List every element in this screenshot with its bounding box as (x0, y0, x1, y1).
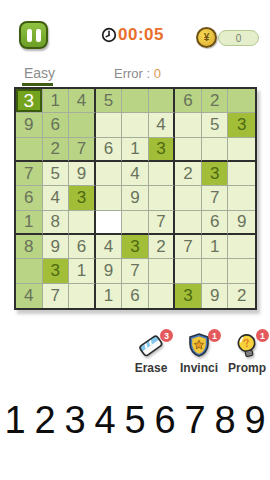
cell-r5c4[interactable] (96, 186, 123, 210)
cell-r2c7[interactable] (175, 113, 202, 137)
error-counter: Error : 0 (114, 66, 161, 81)
sudoku-board: 3145629645327613759423643971876989643271… (14, 87, 257, 310)
cell-r7c4[interactable]: 4 (96, 235, 123, 259)
coin-count: 0 (236, 33, 242, 44)
cell-r4c3[interactable]: 9 (69, 162, 96, 186)
cell-r6c8[interactable]: 6 (202, 211, 229, 235)
cell-r7c1[interactable]: 8 (16, 235, 43, 259)
error-count: 0 (154, 66, 161, 81)
cell-r1c5[interactable] (122, 89, 149, 113)
cell-r8c7[interactable] (175, 259, 202, 283)
difficulty-underline (22, 83, 53, 86)
cell-r5c1[interactable]: 6 (16, 186, 43, 210)
cell-r6c9[interactable]: 9 (228, 211, 255, 235)
cell-r3c5[interactable]: 1 (122, 138, 149, 162)
cell-r7c9[interactable] (228, 235, 255, 259)
cell-r5c5[interactable]: 9 (122, 186, 149, 210)
coin-icon: ¥ (196, 27, 217, 48)
cell-r6c1[interactable]: 1 (16, 211, 43, 235)
cell-r2c8[interactable]: 5 (202, 113, 229, 137)
cell-r2c9[interactable]: 3 (228, 113, 255, 137)
cell-r4c1[interactable]: 7 (16, 162, 43, 186)
cell-r6c4[interactable] (96, 211, 123, 235)
difficulty-tab[interactable]: Easy (24, 65, 55, 81)
numpad-6[interactable]: 6 (154, 401, 175, 439)
cell-r3c1[interactable] (16, 138, 43, 162)
erase-badge: 3 (160, 329, 173, 342)
cell-r3c9[interactable] (228, 138, 255, 162)
cell-r1c2[interactable]: 1 (43, 89, 70, 113)
invincible-badge: 1 (208, 329, 221, 342)
error-label: Error (114, 66, 143, 81)
cell-r8c2[interactable]: 3 (43, 259, 70, 283)
cell-r4c7[interactable]: 2 (175, 162, 202, 186)
error-separator: : (143, 66, 154, 81)
pause-button[interactable] (19, 21, 48, 49)
cell-r3c7[interactable] (175, 138, 202, 162)
tools-row: 3 Erase 1 Invinci ? 1 Promp (128, 331, 270, 375)
cell-r7c7[interactable]: 7 (175, 235, 202, 259)
numpad-8[interactable]: 8 (214, 401, 235, 439)
cell-r9c6[interactable] (149, 284, 176, 308)
cell-r3c3[interactable]: 7 (69, 138, 96, 162)
cell-r1c8[interactable]: 2 (202, 89, 229, 113)
cell-r2c2[interactable]: 6 (43, 113, 70, 137)
cell-r3c4[interactable]: 6 (96, 138, 123, 162)
cell-r2c6[interactable]: 4 (149, 113, 176, 137)
cell-r1c1[interactable]: 3 (16, 89, 43, 113)
number-pad: 123456789 (0, 397, 270, 443)
cell-r9c7[interactable]: 3 (175, 284, 202, 308)
numpad-3[interactable]: 3 (64, 401, 85, 439)
cell-r1c7[interactable]: 6 (175, 89, 202, 113)
cell-r7c3[interactable]: 6 (69, 235, 96, 259)
cell-r7c6[interactable]: 2 (149, 235, 176, 259)
cell-r8c6[interactable] (149, 259, 176, 283)
cell-r2c5[interactable] (122, 113, 149, 137)
numpad-7[interactable]: 7 (184, 401, 205, 439)
cell-r5c9[interactable] (228, 186, 255, 210)
erase-button[interactable]: 3 Erase (128, 331, 174, 375)
cell-r9c9[interactable]: 2 (228, 284, 255, 308)
cell-r8c1[interactable] (16, 259, 43, 283)
cell-r9c3[interactable] (69, 284, 96, 308)
prompt-button[interactable]: ? 1 Promp (224, 331, 270, 375)
cell-r6c7[interactable] (175, 211, 202, 235)
numpad-4[interactable]: 4 (94, 401, 115, 439)
cell-r2c3[interactable] (69, 113, 96, 137)
cell-r5c3[interactable]: 3 (69, 186, 96, 210)
cell-r4c6[interactable] (149, 162, 176, 186)
numpad-1[interactable]: 1 (4, 401, 25, 439)
prompt-label: Promp (228, 361, 266, 375)
cell-r9c1[interactable]: 4 (16, 284, 43, 308)
cell-r5c2[interactable]: 4 (43, 186, 70, 210)
cell-r8c4[interactable]: 9 (96, 259, 123, 283)
coin-symbol: ¥ (204, 32, 210, 43)
cell-r4c2[interactable]: 5 (43, 162, 70, 186)
cell-r8c3[interactable]: 1 (69, 259, 96, 283)
cell-r9c5[interactable]: 6 (122, 284, 149, 308)
cell-r5c6[interactable] (149, 186, 176, 210)
cell-r7c2[interactable]: 9 (43, 235, 70, 259)
cell-r8c9[interactable] (228, 259, 255, 283)
cell-r9c8[interactable]: 9 (202, 284, 229, 308)
cell-r2c4[interactable] (96, 113, 123, 137)
cell-r9c4[interactable]: 1 (96, 284, 123, 308)
cell-r3c8[interactable] (202, 138, 229, 162)
coin-counter: 0 (218, 30, 259, 46)
cell-r1c6[interactable] (149, 89, 176, 113)
cell-r6c3[interactable] (69, 211, 96, 235)
cell-r1c4[interactable]: 5 (96, 89, 123, 113)
cell-r5c7[interactable] (175, 186, 202, 210)
cell-r4c9[interactable] (228, 162, 255, 186)
pause-icon (36, 29, 41, 42)
cell-r1c9[interactable] (228, 89, 255, 113)
cell-r7c8[interactable]: 1 (202, 235, 229, 259)
cell-r5c8[interactable]: 7 (202, 186, 229, 210)
prompt-badge: 1 (256, 329, 269, 342)
invincible-label: Invinci (180, 361, 218, 375)
cell-r4c5[interactable]: 4 (122, 162, 149, 186)
timer-display: 00:05 (118, 25, 164, 45)
numpad-9[interactable]: 9 (244, 401, 265, 439)
cell-r8c5[interactable]: 7 (122, 259, 149, 283)
invincible-button[interactable]: 1 Invinci (176, 331, 222, 375)
cell-r3c6[interactable]: 3 (149, 138, 176, 162)
erase-label: Erase (135, 361, 168, 375)
cell-r4c4[interactable] (96, 162, 123, 186)
cell-r7c5[interactable]: 3 (122, 235, 149, 259)
cell-r9c2[interactable]: 7 (43, 284, 70, 308)
cell-r2c1[interactable]: 9 (16, 113, 43, 137)
cell-r4c8[interactable]: 3 (202, 162, 229, 186)
cell-r1c3[interactable]: 4 (69, 89, 96, 113)
cell-r6c6[interactable]: 7 (149, 211, 176, 235)
cell-r3c2[interactable]: 2 (43, 138, 70, 162)
cell-r6c5[interactable] (122, 211, 149, 235)
pause-icon (27, 29, 32, 42)
numpad-2[interactable]: 2 (34, 401, 55, 439)
numpad-5[interactable]: 5 (124, 401, 145, 439)
cell-r6c2[interactable]: 8 (43, 211, 70, 235)
clock-icon (101, 27, 117, 43)
cell-r8c8[interactable] (202, 259, 229, 283)
